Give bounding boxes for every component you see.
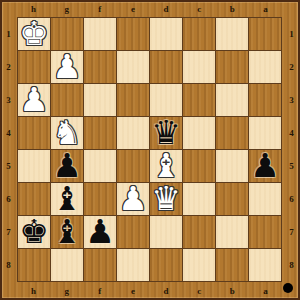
- rank-label-right-3: 3: [284, 83, 299, 116]
- rank-label-left-8: 8: [1, 249, 16, 282]
- square-e6[interactable]: ♟: [117, 183, 149, 215]
- square-d7[interactable]: [150, 216, 182, 248]
- square-c2[interactable]: [183, 51, 215, 83]
- piece-black-pawn-f7[interactable]: ♟: [84, 216, 116, 248]
- board: ♚♟♟♞♛♟♝♟♝♟♛♚♝♟: [17, 17, 282, 282]
- square-c1[interactable]: [183, 18, 215, 50]
- square-h3[interactable]: ♟: [18, 84, 50, 116]
- square-c7[interactable]: [183, 216, 215, 248]
- piece-black-bishop-g6[interactable]: ♝: [51, 183, 83, 215]
- square-c3[interactable]: [183, 84, 215, 116]
- rank-label-left-1: 1: [1, 17, 16, 50]
- rank-label-right-6: 6: [284, 183, 299, 216]
- square-c5[interactable]: [183, 150, 215, 182]
- chess-board-diagram: hgfedcba hgfedcba 12345678 12345678 ♚♟♟♞…: [0, 0, 300, 300]
- rank-labels-left: 12345678: [1, 17, 16, 282]
- square-b6[interactable]: [216, 183, 248, 215]
- square-b3[interactable]: [216, 84, 248, 116]
- piece-white-pawn-e6[interactable]: ♟: [117, 183, 149, 215]
- file-label-top-a: a: [249, 1, 282, 16]
- square-h2[interactable]: [18, 51, 50, 83]
- square-g5[interactable]: ♟: [51, 150, 83, 182]
- file-label-bottom-e: e: [116, 283, 149, 298]
- square-h5[interactable]: [18, 150, 50, 182]
- rank-label-left-5: 5: [1, 150, 16, 183]
- square-a8[interactable]: [249, 249, 281, 281]
- square-g4[interactable]: ♞: [51, 117, 83, 149]
- piece-black-pawn-a5[interactable]: ♟: [249, 150, 281, 182]
- square-d2[interactable]: [150, 51, 182, 83]
- square-g8[interactable]: [51, 249, 83, 281]
- square-a4[interactable]: [249, 117, 281, 149]
- piece-white-queen-d6[interactable]: ♛: [150, 183, 182, 215]
- square-f5[interactable]: [84, 150, 116, 182]
- piece-black-queen-d4[interactable]: ♛: [150, 117, 182, 149]
- rank-label-right-5: 5: [284, 150, 299, 183]
- rank-label-right-8: 8: [284, 249, 299, 282]
- square-f2[interactable]: [84, 51, 116, 83]
- square-a5[interactable]: ♟: [249, 150, 281, 182]
- square-a7[interactable]: [249, 216, 281, 248]
- square-g1[interactable]: [51, 18, 83, 50]
- file-label-top-g: g: [50, 1, 83, 16]
- rank-label-left-3: 3: [1, 83, 16, 116]
- square-f7[interactable]: ♟: [84, 216, 116, 248]
- square-g2[interactable]: ♟: [51, 51, 83, 83]
- square-h1[interactable]: ♚: [18, 18, 50, 50]
- piece-black-bishop-g7[interactable]: ♝: [51, 216, 83, 248]
- square-h8[interactable]: [18, 249, 50, 281]
- rank-label-left-7: 7: [1, 216, 16, 249]
- piece-black-king-h7[interactable]: ♚: [18, 216, 50, 248]
- rank-label-left-6: 6: [1, 183, 16, 216]
- square-d6[interactable]: ♛: [150, 183, 182, 215]
- square-a1[interactable]: [249, 18, 281, 50]
- square-d5[interactable]: ♝: [150, 150, 182, 182]
- file-label-bottom-g: g: [50, 283, 83, 298]
- square-e5[interactable]: [117, 150, 149, 182]
- square-f4[interactable]: [84, 117, 116, 149]
- square-a6[interactable]: [249, 183, 281, 215]
- file-label-bottom-b: b: [216, 283, 249, 298]
- file-label-bottom-a: a: [249, 283, 282, 298]
- file-label-top-f: f: [83, 1, 116, 16]
- file-label-top-d: d: [150, 1, 183, 16]
- file-labels-bottom: hgfedcba: [17, 283, 282, 298]
- rank-label-left-2: 2: [1, 50, 16, 83]
- rank-label-right-2: 2: [284, 50, 299, 83]
- file-label-top-b: b: [216, 1, 249, 16]
- square-c4[interactable]: [183, 117, 215, 149]
- file-label-top-c: c: [183, 1, 216, 16]
- square-e3[interactable]: [117, 84, 149, 116]
- square-d8[interactable]: [150, 249, 182, 281]
- square-a2[interactable]: [249, 51, 281, 83]
- square-f1[interactable]: [84, 18, 116, 50]
- piece-white-bishop-d5[interactable]: ♝: [150, 150, 182, 182]
- square-f8[interactable]: [84, 249, 116, 281]
- square-b2[interactable]: [216, 51, 248, 83]
- square-e8[interactable]: [117, 249, 149, 281]
- square-f3[interactable]: [84, 84, 116, 116]
- square-f6[interactable]: [84, 183, 116, 215]
- piece-white-pawn-g2[interactable]: ♟: [51, 51, 83, 83]
- piece-white-pawn-h3[interactable]: ♟: [18, 84, 50, 116]
- square-d4[interactable]: ♛: [150, 117, 182, 149]
- piece-white-knight-g4[interactable]: ♞: [51, 117, 83, 149]
- square-c8[interactable]: [183, 249, 215, 281]
- rank-label-right-4: 4: [284, 116, 299, 149]
- square-h7[interactable]: ♚: [18, 216, 50, 248]
- piece-black-pawn-g5[interactable]: ♟: [51, 150, 83, 182]
- square-b4[interactable]: [216, 117, 248, 149]
- file-label-top-e: e: [116, 1, 149, 16]
- black-to-move-indicator: [283, 283, 293, 293]
- square-b7[interactable]: [216, 216, 248, 248]
- square-e2[interactable]: [117, 51, 149, 83]
- square-b8[interactable]: [216, 249, 248, 281]
- square-g6[interactable]: ♝: [51, 183, 83, 215]
- square-h4[interactable]: [18, 117, 50, 149]
- square-e4[interactable]: [117, 117, 149, 149]
- file-label-bottom-c: c: [183, 283, 216, 298]
- piece-white-king-h1[interactable]: ♚: [18, 18, 50, 50]
- square-b1[interactable]: [216, 18, 248, 50]
- square-e1[interactable]: [117, 18, 149, 50]
- file-labels-top: hgfedcba: [17, 1, 282, 16]
- square-a3[interactable]: [249, 84, 281, 116]
- rank-label-left-4: 4: [1, 116, 16, 149]
- file-label-bottom-d: d: [150, 283, 183, 298]
- square-h6[interactable]: [18, 183, 50, 215]
- file-label-bottom-f: f: [83, 283, 116, 298]
- square-g7[interactable]: ♝: [51, 216, 83, 248]
- square-b5[interactable]: [216, 150, 248, 182]
- square-c6[interactable]: [183, 183, 215, 215]
- file-label-bottom-h: h: [17, 283, 50, 298]
- rank-label-right-1: 1: [284, 17, 299, 50]
- square-d3[interactable]: [150, 84, 182, 116]
- rank-labels-right: 12345678: [284, 17, 299, 282]
- rank-label-right-7: 7: [284, 216, 299, 249]
- square-e7[interactable]: [117, 216, 149, 248]
- square-g3[interactable]: [51, 84, 83, 116]
- square-d1[interactable]: [150, 18, 182, 50]
